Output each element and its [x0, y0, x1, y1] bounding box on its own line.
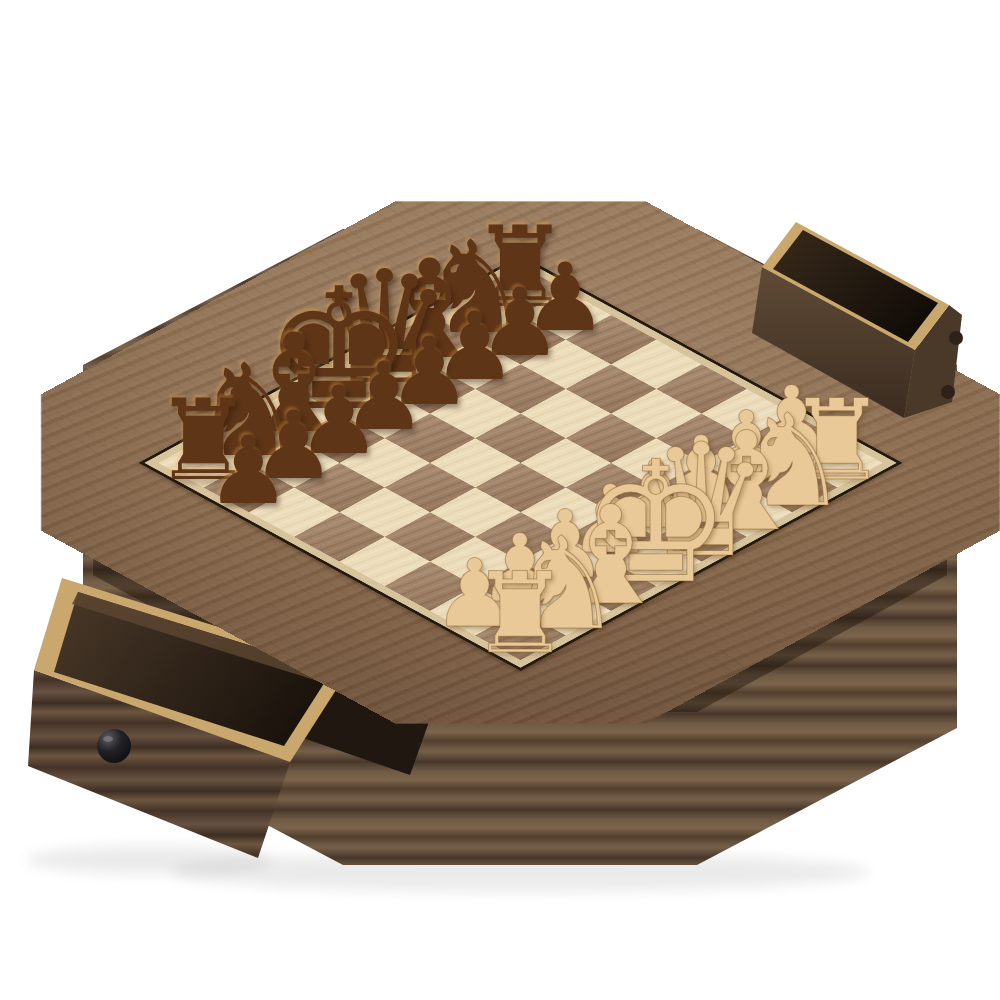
dark-pawn[interactable]: ♟ [206, 423, 290, 517]
pieces-layer: ♜♞♝♛♚♝♞♜♟♟♟♟♟♟♟♟♟♟♟♟♟♟♟♟♜♞♝♛♚♝♞♜ [0, 0, 1000, 1000]
chess-set-scene: ♜♞♝♛♚♝♞♜♟♟♟♟♟♟♟♟♟♟♟♟♟♟♟♟♜♞♝♛♚♝♞♜ [0, 0, 1000, 1000]
light-rook[interactable]: ♜ [470, 557, 570, 669]
